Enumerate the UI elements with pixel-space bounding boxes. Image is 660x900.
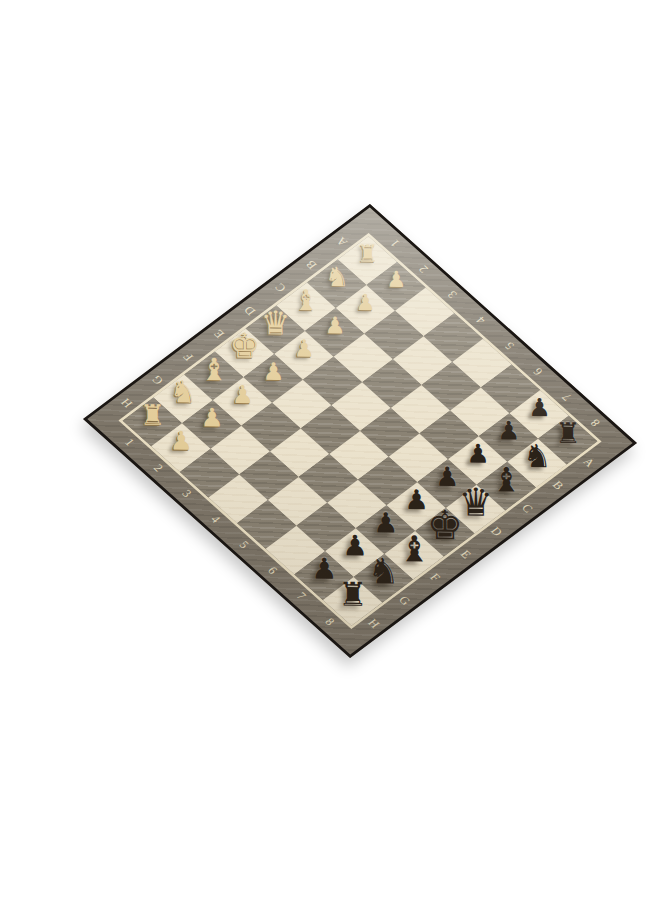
white-pawn-a2[interactable]: ♟ (379, 262, 415, 298)
square-h8[interactable]: ♜ (323, 577, 382, 626)
black-rook-h8[interactable]: ♜ (329, 570, 377, 618)
chess-board: ♜♟♟♜♞♟♟♞♝♟♟♝♛♟♟♛♚♟♟♚♝♟♟♝♞♟♟♞♜♟♟♜ AA11BB2… (83, 204, 637, 658)
board-grid: ♜♟♟♜♞♟♟♞♝♟♟♝♛♟♟♛♚♟♟♚♝♟♟♝♞♟♟♞♜♟♟♜ (118, 233, 601, 629)
product-photo-background: ♜♟♟♜♞♟♟♞♝♟♟♝♛♟♟♛♚♟♟♚♝♟♟♝♞♟♟♞♜♟♟♜ AA11BB2… (0, 0, 660, 900)
white-pawn-h2[interactable]: ♟ (160, 420, 202, 462)
